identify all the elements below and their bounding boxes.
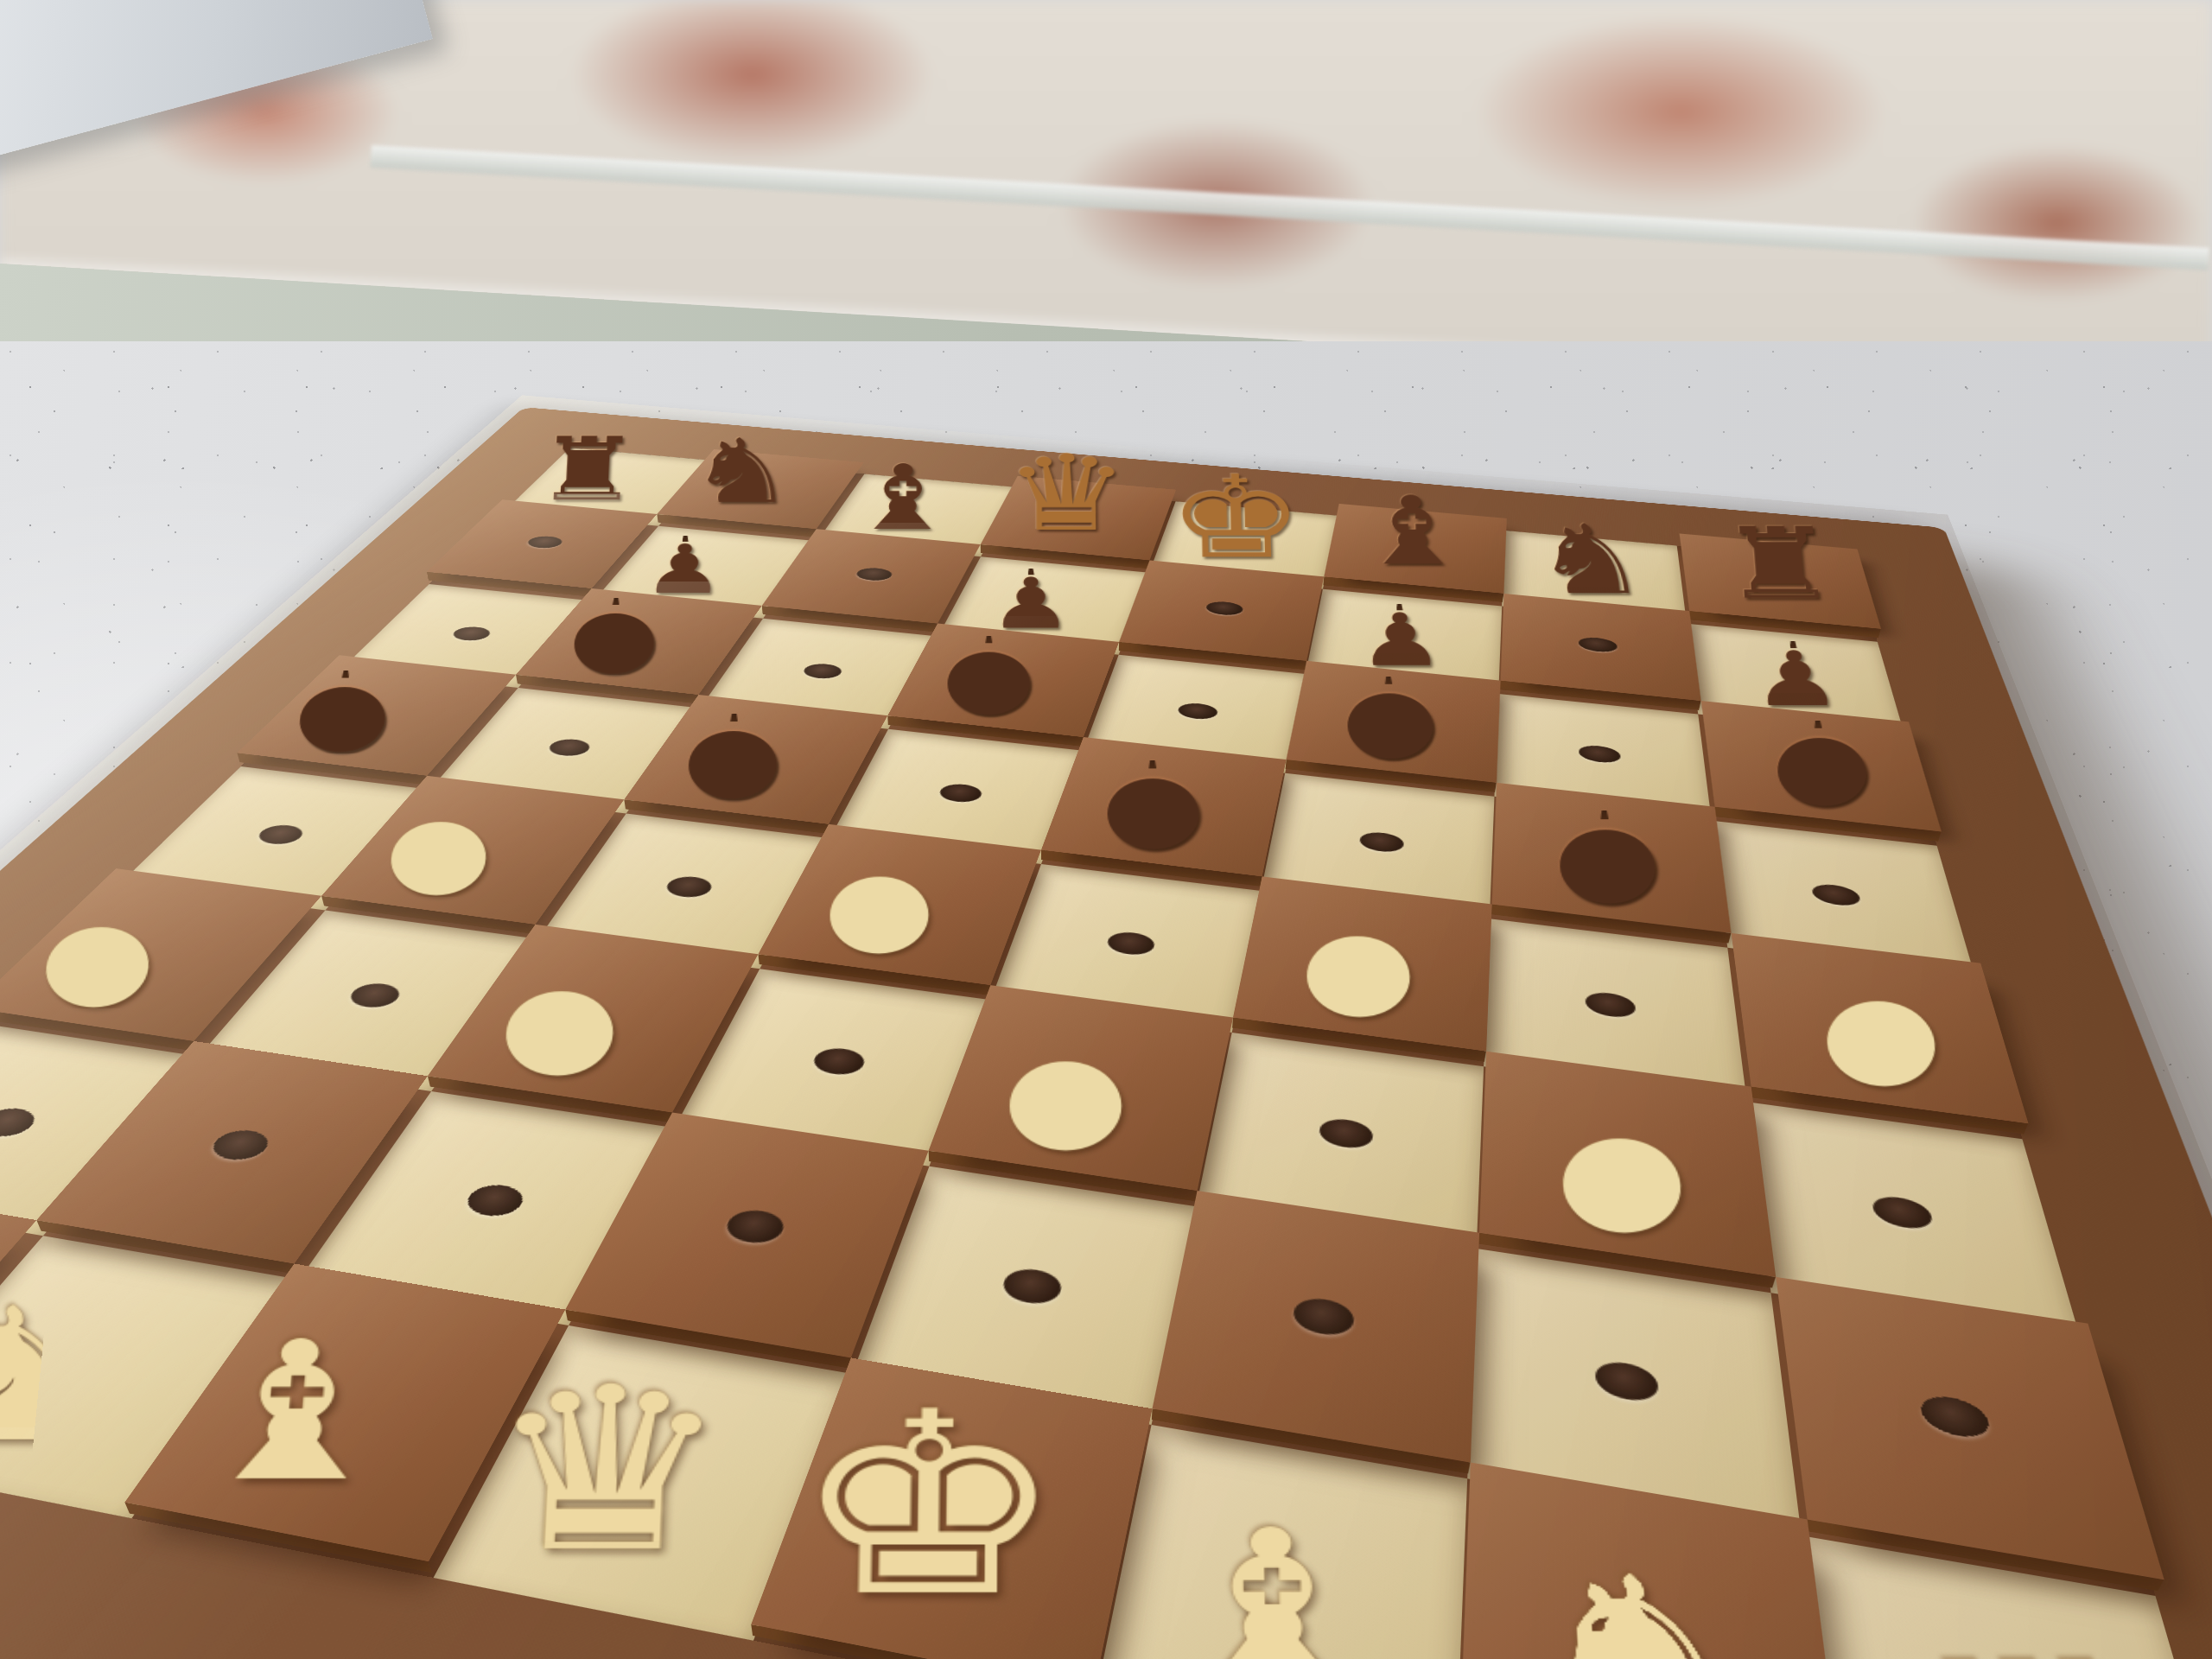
square-h8[interactable]: ♜ bbox=[1680, 533, 1881, 628]
black-disc-e5[interactable]: ● bbox=[1101, 761, 1206, 854]
square-h6[interactable]: ● bbox=[1701, 701, 1942, 831]
square-h4[interactable]: ● bbox=[1732, 933, 2029, 1123]
white-disc-h4[interactable]: ● bbox=[1815, 980, 1947, 1090]
white-disc-c3[interactable]: ● bbox=[496, 970, 623, 1081]
black-queen-d8[interactable]: ♛ bbox=[1004, 442, 1131, 546]
square-f8[interactable]: ♝ bbox=[1324, 504, 1506, 594]
square-f4[interactable]: ● bbox=[1233, 876, 1492, 1051]
chess-board: ♜♞♝♛♚♝♞♜♟♟♟♟●●●●●●●●●●●●●●●●♜♞♝♛♚♝♞♜ bbox=[0, 407, 2212, 1659]
spike-marker-b7 bbox=[682, 524, 689, 542]
square-a5[interactable]: ● bbox=[237, 655, 516, 775]
black-disc-d6[interactable]: ● bbox=[941, 636, 1035, 718]
white-disc-b4[interactable]: ● bbox=[382, 804, 496, 899]
white-knight-b1[interactable]: ♞ bbox=[0, 1284, 123, 1469]
white-disc-g3[interactable]: ● bbox=[1551, 1116, 1692, 1238]
black-king-e8[interactable]: ♚ bbox=[1167, 461, 1306, 575]
black-pawn-h7[interactable]: ♟ bbox=[1749, 641, 1844, 716]
square-c3[interactable]: ● bbox=[428, 925, 759, 1113]
square-e7[interactable] bbox=[1119, 560, 1324, 660]
black-disc-h6[interactable]: ● bbox=[1768, 721, 1876, 810]
black-bishop-c8[interactable]: ♝ bbox=[848, 453, 957, 543]
white-disc-d4[interactable]: ● bbox=[822, 857, 936, 957]
square-h2[interactable] bbox=[1776, 1277, 2164, 1580]
white-rook-h1[interactable]: ♜ bbox=[1897, 1634, 2161, 1659]
square-f2[interactable] bbox=[1153, 1191, 1480, 1463]
square-d2[interactable] bbox=[565, 1112, 928, 1357]
square-g3[interactable]: ● bbox=[1479, 1052, 1776, 1277]
square-d4[interactable]: ● bbox=[758, 824, 1041, 985]
black-bishop-f8[interactable]: ♝ bbox=[1354, 484, 1471, 579]
black-disc-g5[interactable]: ● bbox=[1550, 811, 1664, 908]
spike-marker-d7 bbox=[1027, 557, 1033, 575]
white-king-e1[interactable]: ♚ bbox=[789, 1380, 1066, 1632]
square-g5[interactable]: ● bbox=[1492, 783, 1732, 933]
spike-marker-c5 bbox=[730, 701, 738, 721]
white-disc-f4[interactable]: ● bbox=[1298, 916, 1419, 1021]
spike-marker-h7 bbox=[1789, 629, 1797, 648]
spike-marker-f7 bbox=[1395, 592, 1403, 610]
white-queen-d1[interactable]: ♛ bbox=[477, 1358, 733, 1585]
black-pawn-d7[interactable]: ♟ bbox=[989, 569, 1073, 639]
black-knight-g8[interactable]: ♞ bbox=[1531, 512, 1651, 608]
spike-marker-g5 bbox=[1599, 797, 1609, 819]
white-disc-a3[interactable]: ● bbox=[35, 907, 162, 1012]
black-knight-b8[interactable]: ♞ bbox=[687, 428, 797, 517]
square-f6[interactable]: ● bbox=[1287, 661, 1501, 783]
playing-field: ♜♞♝♛♚♝♞♜♟♟♟♟●●●●●●●●●●●●●●●●♜♞♝♛♚♝♞♜ bbox=[0, 448, 2212, 1659]
spike-marker-a5 bbox=[341, 658, 350, 678]
square-g7[interactable] bbox=[1501, 594, 1701, 701]
black-disc-b6[interactable]: ● bbox=[567, 598, 661, 677]
black-disc-a5[interactable]: ● bbox=[291, 671, 394, 755]
white-bishop-c1[interactable]: ♝ bbox=[182, 1317, 407, 1510]
white-disc-e3[interactable]: ● bbox=[1001, 1039, 1130, 1156]
black-rook-h8[interactable]: ♜ bbox=[1717, 515, 1841, 613]
square-d8[interactable]: ♛ bbox=[981, 476, 1176, 561]
white-bishop-f1[interactable]: ♝ bbox=[1157, 1503, 1390, 1659]
black-pawn-f7[interactable]: ♟ bbox=[1357, 604, 1446, 677]
black-disc-c5[interactable]: ● bbox=[681, 714, 785, 802]
black-rook-a8[interactable]: ♜ bbox=[533, 426, 642, 513]
square-a3[interactable]: ● bbox=[0, 868, 321, 1041]
black-disc-f6[interactable]: ● bbox=[1340, 677, 1440, 763]
square-e1[interactable]: ♚ bbox=[751, 1357, 1152, 1659]
spike-marker-e5 bbox=[1148, 747, 1156, 768]
square-e5[interactable]: ● bbox=[1041, 737, 1287, 876]
white-knight-g1[interactable]: ♞ bbox=[1519, 1549, 1770, 1659]
